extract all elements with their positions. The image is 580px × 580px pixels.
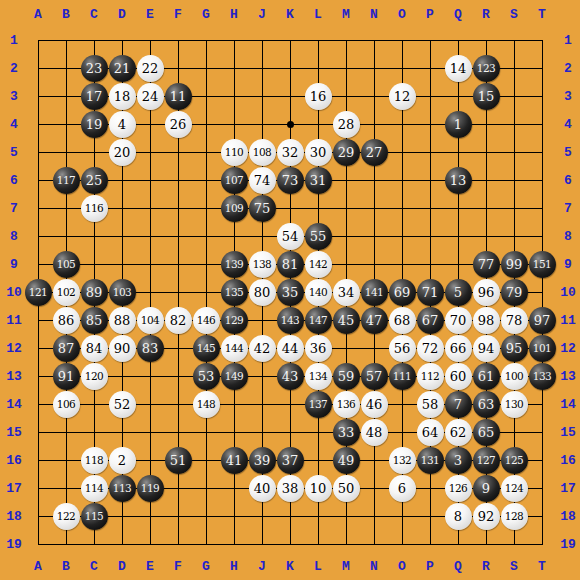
stone-black-move-59-M13[interactable]: 59	[333, 363, 360, 390]
stone-black-move-115-C18[interactable]: 115	[81, 503, 108, 530]
row-label-16: 16	[554, 446, 580, 474]
stone-black-move-15-R3[interactable]: 15	[473, 83, 500, 110]
stone-black-move-63-R14[interactable]: 63	[473, 391, 500, 418]
stone-white-move-34-M10[interactable]: 34	[333, 279, 360, 306]
stone-white-move-42-J12[interactable]: 42	[249, 335, 276, 362]
stone-black-move-1-Q4[interactable]: 1	[445, 111, 472, 138]
stone-white-move-138-J9[interactable]: 138	[249, 251, 276, 278]
stone-black-move-117-B6[interactable]: 117	[53, 167, 80, 194]
stone-black-move-121-A10[interactable]: 121	[25, 279, 52, 306]
stone-black-move-105-B9[interactable]: 105	[53, 251, 80, 278]
stone-black-move-69-O10[interactable]: 69	[389, 279, 416, 306]
stone-black-move-41-H16[interactable]: 41	[221, 447, 248, 474]
col-label-R: R	[472, 0, 500, 28]
stone-white-move-132-O16[interactable]: 132	[389, 447, 416, 474]
stone-white-move-92-R18[interactable]: 92	[473, 503, 500, 530]
stone-white-move-124-S17[interactable]: 124	[501, 475, 528, 502]
stone-white-move-46-N14[interactable]: 46	[361, 391, 388, 418]
row-labels-right: 12345678910111213141516171819	[554, 26, 580, 558]
stone-black-move-25-C6[interactable]: 25	[81, 167, 108, 194]
stone-black-move-143-K11[interactable]: 143	[277, 307, 304, 334]
stone-white-move-126-Q17[interactable]: 126	[445, 475, 472, 502]
stone-black-move-21-D2[interactable]: 21	[109, 55, 136, 82]
stone-white-move-80-J10[interactable]: 80	[249, 279, 276, 306]
row-label-7: 7	[554, 194, 580, 222]
stone-black-move-103-D10[interactable]: 103	[109, 279, 136, 306]
stone-black-move-51-F16[interactable]: 51	[165, 447, 192, 474]
stone-white-move-146-G11[interactable]: 146	[193, 307, 220, 334]
col-label-A: A	[24, 0, 52, 28]
stone-black-move-43-K13[interactable]: 43	[277, 363, 304, 390]
stone-black-move-129-H11[interactable]: 129	[221, 307, 248, 334]
row-label-5: 5	[554, 138, 580, 166]
col-label-K: K	[276, 0, 304, 28]
stone-black-move-85-C11[interactable]: 85	[81, 307, 108, 334]
stone-white-move-22-E2[interactable]: 22	[137, 55, 164, 82]
stone-white-move-70-Q11[interactable]: 70	[445, 307, 472, 334]
stone-black-move-95-S12[interactable]: 95	[501, 335, 528, 362]
stone-white-move-14-Q2[interactable]: 14	[445, 55, 472, 82]
stone-white-move-16-L3[interactable]: 16	[305, 83, 332, 110]
stone-black-move-107-H6[interactable]: 107	[221, 167, 248, 194]
stone-black-move-141-N10[interactable]: 141	[361, 279, 388, 306]
stone-black-move-11-F3[interactable]: 11	[165, 83, 192, 110]
stone-black-move-113-D17[interactable]: 113	[109, 475, 136, 502]
col-label-D: D	[108, 0, 136, 28]
stone-black-move-5-Q10[interactable]: 5	[445, 279, 472, 306]
stone-black-move-131-P16[interactable]: 131	[417, 447, 444, 474]
stone-black-move-77-R9[interactable]: 77	[473, 251, 500, 278]
stone-black-move-151-T9[interactable]: 151	[529, 251, 556, 278]
column-labels-top: ABCDEFGHJKLMNOPQRST	[24, 0, 556, 28]
stone-black-move-111-O13[interactable]: 111	[389, 363, 416, 390]
stone-black-move-13-Q6[interactable]: 13	[445, 167, 472, 194]
col-label-F: F	[164, 0, 192, 28]
stone-white-move-136-M14[interactable]: 136	[333, 391, 360, 418]
stone-black-move-71-P10[interactable]: 71	[417, 279, 444, 306]
stone-white-move-24-E3[interactable]: 24	[137, 83, 164, 110]
stone-white-move-38-K17[interactable]: 38	[277, 475, 304, 502]
row-label-2: 2	[554, 54, 580, 82]
stone-black-move-137-L14[interactable]: 137	[305, 391, 332, 418]
stone-black-move-31-L6[interactable]: 31	[305, 167, 332, 194]
stone-white-move-102-B10[interactable]: 102	[53, 279, 80, 306]
row-label-14: 14	[554, 390, 580, 418]
row-label-6: 6	[554, 166, 580, 194]
stone-white-move-74-J6[interactable]: 74	[249, 167, 276, 194]
stone-black-move-109-H7[interactable]: 109	[221, 195, 248, 222]
col-label-N: N	[360, 0, 388, 28]
stone-white-move-52-D14[interactable]: 52	[109, 391, 136, 418]
stone-white-move-82-F11[interactable]: 82	[165, 307, 192, 334]
stone-white-move-20-D5[interactable]: 20	[109, 139, 136, 166]
stone-black-move-61-R13[interactable]: 61	[473, 363, 500, 390]
col-label-G: G	[192, 0, 220, 28]
col-label-M: M	[332, 0, 360, 28]
stone-black-move-149-H13[interactable]: 149	[221, 363, 248, 390]
stone-white-move-28-M4[interactable]: 28	[333, 111, 360, 138]
stone-white-move-120-C13[interactable]: 120	[81, 363, 108, 390]
row-label-18: 18	[554, 502, 580, 530]
stone-black-move-73-K6[interactable]: 73	[277, 167, 304, 194]
col-label-L: L	[304, 0, 332, 28]
stone-black-move-17-C3[interactable]: 17	[81, 83, 108, 110]
stone-black-move-99-S9[interactable]: 99	[501, 251, 528, 278]
stone-black-move-7-Q14[interactable]: 7	[445, 391, 472, 418]
stone-black-move-123-R2[interactable]: 123	[473, 55, 500, 82]
stone-black-move-29-M5[interactable]: 29	[333, 139, 360, 166]
stone-black-move-139-H9[interactable]: 139	[221, 251, 248, 278]
stone-black-move-53-G13[interactable]: 53	[193, 363, 220, 390]
stones-layer[interactable]: 1234567891011121314151617181920212223242…	[24, 26, 556, 558]
stone-white-move-48-N15[interactable]: 48	[361, 419, 388, 446]
stone-black-move-135-H10[interactable]: 135	[221, 279, 248, 306]
stone-black-move-35-K10[interactable]: 35	[277, 279, 304, 306]
stone-white-move-10-L17[interactable]: 10	[305, 475, 332, 502]
stone-white-move-8-Q18[interactable]: 8	[445, 503, 472, 530]
stone-white-move-134-L13[interactable]: 134	[305, 363, 332, 390]
row-label-9: 9	[554, 250, 580, 278]
stone-white-move-110-H5[interactable]: 110	[221, 139, 248, 166]
stone-black-move-81-K9[interactable]: 81	[277, 251, 304, 278]
stone-black-move-67-P11[interactable]: 67	[417, 307, 444, 334]
stone-black-move-133-T13[interactable]: 133	[529, 363, 556, 390]
stone-white-move-106-B14[interactable]: 106	[53, 391, 80, 418]
col-label-S: S	[500, 0, 528, 28]
stone-white-move-12-O3[interactable]: 12	[389, 83, 416, 110]
stone-white-move-118-C16[interactable]: 118	[81, 447, 108, 474]
stone-white-move-2-D16[interactable]: 2	[109, 447, 136, 474]
star-point-K4	[287, 121, 294, 128]
stone-white-move-140-L10[interactable]: 140	[305, 279, 332, 306]
stone-black-move-27-N5[interactable]: 27	[361, 139, 388, 166]
stone-white-move-98-R11[interactable]: 98	[473, 307, 500, 334]
stone-black-move-47-N11[interactable]: 47	[361, 307, 388, 334]
stone-black-move-3-Q16[interactable]: 3	[445, 447, 472, 474]
stone-black-move-75-J7[interactable]: 75	[249, 195, 276, 222]
row-label-15: 15	[554, 418, 580, 446]
col-label-B: B	[52, 0, 80, 28]
stone-white-move-58-P14[interactable]: 58	[417, 391, 444, 418]
stone-white-move-26-F4[interactable]: 26	[165, 111, 192, 138]
row-label-8: 8	[554, 222, 580, 250]
stone-black-move-23-C2[interactable]: 23	[81, 55, 108, 82]
stone-white-move-66-Q12[interactable]: 66	[445, 335, 472, 362]
stone-black-move-57-N13[interactable]: 57	[361, 363, 388, 390]
col-label-J: J	[248, 0, 276, 28]
stone-white-move-50-M17[interactable]: 50	[333, 475, 360, 502]
stone-white-move-32-K5[interactable]: 32	[277, 139, 304, 166]
stone-black-move-87-B12[interactable]: 87	[53, 335, 80, 362]
row-label-19: 19	[554, 530, 580, 558]
stone-white-move-130-S14[interactable]: 130	[501, 391, 528, 418]
stone-white-move-18-D3[interactable]: 18	[109, 83, 136, 110]
stone-white-move-56-O12[interactable]: 56	[389, 335, 416, 362]
stone-black-move-101-T12[interactable]: 101	[529, 335, 556, 362]
stone-black-move-147-L11[interactable]: 147	[305, 307, 332, 334]
col-label-T: T	[528, 0, 556, 28]
stone-black-move-97-T11[interactable]: 97	[529, 307, 556, 334]
stone-white-move-100-S13[interactable]: 100	[501, 363, 528, 390]
stone-black-move-83-E12[interactable]: 83	[137, 335, 164, 362]
stone-black-move-9-R17[interactable]: 9	[473, 475, 500, 502]
stone-white-move-114-C17[interactable]: 114	[81, 475, 108, 502]
stone-white-move-142-L9[interactable]: 142	[305, 251, 332, 278]
col-label-H: H	[220, 0, 248, 28]
stone-white-move-128-S18[interactable]: 128	[501, 503, 528, 530]
stone-white-move-90-D12[interactable]: 90	[109, 335, 136, 362]
stone-black-move-45-M11[interactable]: 45	[333, 307, 360, 334]
stone-white-move-96-R10[interactable]: 96	[473, 279, 500, 306]
stone-black-move-49-M16[interactable]: 49	[333, 447, 360, 474]
stone-white-move-116-C7[interactable]: 116	[81, 195, 108, 222]
row-label-11: 11	[554, 306, 580, 334]
stone-black-move-37-K16[interactable]: 37	[277, 447, 304, 474]
stone-white-move-6-O17[interactable]: 6	[389, 475, 416, 502]
stone-black-move-65-R15[interactable]: 65	[473, 419, 500, 446]
stone-white-move-68-O11[interactable]: 68	[389, 307, 416, 334]
stone-white-move-44-K12[interactable]: 44	[277, 335, 304, 362]
stone-white-move-112-P13[interactable]: 112	[417, 363, 444, 390]
stone-black-move-89-C10[interactable]: 89	[81, 279, 108, 306]
stone-black-move-145-G12[interactable]: 145	[193, 335, 220, 362]
stone-black-move-39-J16[interactable]: 39	[249, 447, 276, 474]
row-label-3: 3	[554, 82, 580, 110]
stone-white-move-60-Q13[interactable]: 60	[445, 363, 472, 390]
stone-black-move-19-C4[interactable]: 19	[81, 111, 108, 138]
stone-white-move-30-L5[interactable]: 30	[305, 139, 332, 166]
col-label-C: C	[80, 0, 108, 28]
stone-white-move-144-H12[interactable]: 144	[221, 335, 248, 362]
stone-black-move-127-R16[interactable]: 127	[473, 447, 500, 474]
stone-white-move-40-J17[interactable]: 40	[249, 475, 276, 502]
stone-white-move-78-S11[interactable]: 78	[501, 307, 528, 334]
stone-white-move-72-P12[interactable]: 72	[417, 335, 444, 362]
stone-black-move-125-S16[interactable]: 125	[501, 447, 528, 474]
row-label-4: 4	[554, 110, 580, 138]
stone-white-move-148-G14[interactable]: 148	[193, 391, 220, 418]
stone-white-move-88-D11[interactable]: 88	[109, 307, 136, 334]
stone-black-move-91-B13[interactable]: 91	[53, 363, 80, 390]
stone-black-move-79-S10[interactable]: 79	[501, 279, 528, 306]
stone-white-move-36-L12[interactable]: 36	[305, 335, 332, 362]
stone-white-move-86-B11[interactable]: 86	[53, 307, 80, 334]
stone-white-move-104-E11[interactable]: 104	[137, 307, 164, 334]
stone-white-move-84-C12[interactable]: 84	[81, 335, 108, 362]
stone-black-move-55-L8[interactable]: 55	[305, 223, 332, 250]
stone-white-move-94-R12[interactable]: 94	[473, 335, 500, 362]
stone-white-move-62-Q15[interactable]: 62	[445, 419, 472, 446]
col-label-O: O	[388, 0, 416, 28]
goban: ABCDEFGHJKLMNOPQRST ABCDEFGHJKLMNOPQRST …	[0, 0, 580, 580]
stone-white-move-108-J5[interactable]: 108	[249, 139, 276, 166]
stone-white-move-122-B18[interactable]: 122	[53, 503, 80, 530]
col-label-E: E	[136, 0, 164, 28]
stone-black-move-33-M15[interactable]: 33	[333, 419, 360, 446]
row-label-1: 1	[554, 26, 580, 54]
stone-black-move-119-E17[interactable]: 119	[137, 475, 164, 502]
stone-white-move-64-P15[interactable]: 64	[417, 419, 444, 446]
row-label-10: 10	[554, 278, 580, 306]
stone-white-move-54-K8[interactable]: 54	[277, 223, 304, 250]
row-label-13: 13	[554, 362, 580, 390]
row-label-12: 12	[554, 334, 580, 362]
row-label-17: 17	[554, 474, 580, 502]
col-label-Q: Q	[444, 0, 472, 28]
stone-white-move-4-D4[interactable]: 4	[109, 111, 136, 138]
col-label-P: P	[416, 0, 444, 28]
